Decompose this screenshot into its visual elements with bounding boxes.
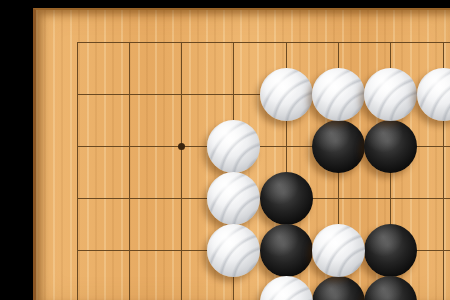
stone-black-E6 — [260, 172, 313, 225]
stone-white-D5 — [207, 224, 260, 277]
star-point-C7 — [178, 143, 185, 150]
grid-line-col-B — [129, 42, 130, 300]
stone-white-E8 — [260, 68, 313, 121]
row-label-5 — [34, 235, 60, 259]
stone-black-G7 — [364, 120, 417, 173]
row-label-6 — [34, 183, 60, 207]
row-label-8 — [34, 79, 60, 103]
row-label-9 — [34, 27, 60, 51]
grid-line-col-A — [77, 42, 78, 300]
grid-line-row-9 — [77, 42, 450, 43]
grid-line-col-C — [181, 42, 182, 300]
stone-white-E4 — [260, 276, 313, 300]
col-label-E — [271, 14, 301, 32]
stone-white-D7 — [207, 120, 260, 173]
stone-white-F5 — [312, 224, 365, 277]
col-label-A — [62, 14, 92, 32]
stone-black-E5 — [260, 224, 313, 277]
col-label-B — [114, 14, 144, 32]
col-label-D — [219, 14, 249, 32]
letterbox-left-bar — [0, 0, 33, 300]
col-label-H — [428, 14, 450, 32]
col-label-F — [324, 14, 354, 32]
stone-white-H8 — [417, 68, 450, 121]
row-label-7 — [34, 131, 60, 155]
col-label-G — [376, 14, 406, 32]
stone-white-G8 — [364, 68, 417, 121]
stone-black-G4 — [364, 276, 417, 300]
letterbox-top-bar — [0, 0, 450, 8]
stone-white-D6 — [207, 172, 260, 225]
col-label-C — [167, 14, 197, 32]
go-board[interactable] — [33, 8, 450, 300]
stone-white-F8 — [312, 68, 365, 121]
go-app-screen — [0, 0, 450, 300]
stone-black-G5 — [364, 224, 417, 277]
stone-black-F7 — [312, 120, 365, 173]
row-label-4 — [34, 287, 60, 300]
stone-black-F4 — [312, 276, 365, 300]
